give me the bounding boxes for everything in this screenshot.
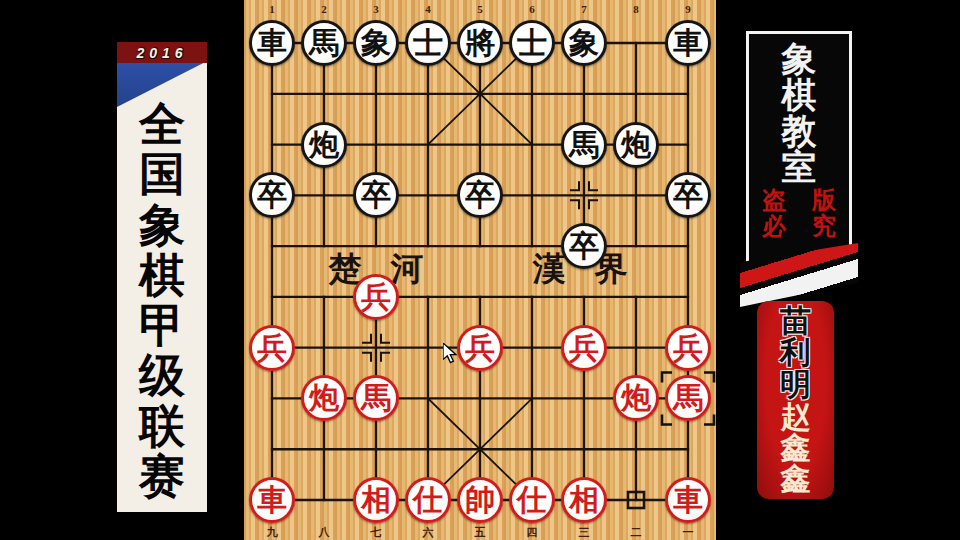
banner-char: 盗 xyxy=(762,188,786,213)
board-pieces: 車馬象士將士象車炮馬炮卒卒卒卒卒兵兵兵兵兵炮馬炮馬車相仕帥仕相車 xyxy=(244,0,716,540)
piece-black-炮[interactable]: 炮 xyxy=(301,122,347,168)
tournament-title: 全国象棋甲级联赛 xyxy=(117,100,207,506)
piece-black-車[interactable]: 車 xyxy=(665,20,711,66)
piece-black-卒[interactable]: 卒 xyxy=(353,172,399,218)
piece-black-馬[interactable]: 馬 xyxy=(301,20,347,66)
banner-char: 必 xyxy=(762,214,786,239)
video-frame: 2016 全国象棋甲级联赛 123456789 楚河漢界 車馬象士將士象車炮馬炮… xyxy=(0,0,960,540)
piece-red-兵[interactable]: 兵 xyxy=(353,274,399,320)
piece-red-相[interactable]: 相 xyxy=(353,477,399,523)
piece-black-卒[interactable]: 卒 xyxy=(561,223,607,269)
piece-black-將[interactable]: 將 xyxy=(457,20,503,66)
banner-char: 赵 xyxy=(781,401,811,432)
banner-char: 鑫 xyxy=(781,432,811,463)
banner-char: 甲 xyxy=(139,303,185,349)
file-label-bottom-1: 九 xyxy=(267,525,278,540)
file-label-bottom-3: 七 xyxy=(371,525,382,540)
piece-black-卒[interactable]: 卒 xyxy=(249,172,295,218)
players-banner: 苗利明赵鑫鑫 xyxy=(757,301,834,499)
piece-red-車[interactable]: 車 xyxy=(665,477,711,523)
file-label-bottom-5: 五 xyxy=(475,525,486,540)
piece-red-炮[interactable]: 炮 xyxy=(301,375,347,421)
banner-char: 明 xyxy=(780,369,811,401)
file-label-bottom-6: 四 xyxy=(527,525,538,540)
banner-char: 国 xyxy=(139,152,185,198)
piece-red-兵[interactable]: 兵 xyxy=(561,325,607,371)
banner-char: 棋 xyxy=(782,78,817,114)
tournament-year-bar: 2016 xyxy=(117,42,207,63)
classroom-banner: 象棋教室 盗版必究 xyxy=(746,31,852,277)
banner-char: 室 xyxy=(782,150,817,186)
piece-red-兵[interactable]: 兵 xyxy=(457,325,503,371)
tournament-year: 2016 xyxy=(136,45,187,61)
mouse-cursor-icon xyxy=(443,343,461,367)
banner-char: 全 xyxy=(139,102,185,148)
classroom-title: 象棋教室 xyxy=(749,42,849,186)
piece-red-兵[interactable]: 兵 xyxy=(249,325,295,371)
piece-red-相[interactable]: 相 xyxy=(561,477,607,523)
tournament-banner: 2016 全国象棋甲级联赛 xyxy=(117,42,207,512)
piece-red-帥[interactable]: 帥 xyxy=(457,477,503,523)
file-label-bottom-9: 一 xyxy=(683,525,694,540)
piece-black-馬[interactable]: 馬 xyxy=(561,122,607,168)
banner-char: 联 xyxy=(139,404,185,450)
piece-red-車[interactable]: 車 xyxy=(249,477,295,523)
file-label-bottom-2: 八 xyxy=(319,525,330,540)
banner-char: 苗 xyxy=(780,305,811,337)
piece-black-象[interactable]: 象 xyxy=(561,20,607,66)
banner-char: 赛 xyxy=(139,454,185,500)
banner-char: 鑫 xyxy=(781,463,811,494)
piece-black-卒[interactable]: 卒 xyxy=(457,172,503,218)
piece-red-馬[interactable]: 馬 xyxy=(665,375,711,421)
banner-char: 利 xyxy=(780,337,811,369)
banner-char: 象 xyxy=(782,42,817,78)
banner-char: 象 xyxy=(139,203,185,249)
file-label-bottom-4: 六 xyxy=(423,525,434,540)
banner-char: 究 xyxy=(812,214,836,239)
piracy-warning: 盗版必究 xyxy=(749,188,849,239)
banner-char: 级 xyxy=(139,353,185,399)
banner-char: 棋 xyxy=(139,253,185,299)
piece-black-象[interactable]: 象 xyxy=(353,20,399,66)
piece-red-仕[interactable]: 仕 xyxy=(405,477,451,523)
file-label-bottom-8: 二 xyxy=(631,525,642,540)
piece-red-兵[interactable]: 兵 xyxy=(665,325,711,371)
piece-red-馬[interactable]: 馬 xyxy=(353,375,399,421)
piece-red-炮[interactable]: 炮 xyxy=(613,375,659,421)
banner-char: 版 xyxy=(812,188,836,213)
piece-black-士[interactable]: 士 xyxy=(509,20,555,66)
piece-black-卒[interactable]: 卒 xyxy=(665,172,711,218)
piece-black-炮[interactable]: 炮 xyxy=(613,122,659,168)
piece-black-車[interactable]: 車 xyxy=(249,20,295,66)
file-label-bottom-7: 三 xyxy=(579,525,590,540)
piece-black-士[interactable]: 士 xyxy=(405,20,451,66)
piece-red-仕[interactable]: 仕 xyxy=(509,477,555,523)
xiangqi-board[interactable]: 123456789 楚河漢界 車馬象士將士象車炮馬炮卒卒卒卒卒兵兵兵兵兵炮馬炮馬… xyxy=(244,0,716,540)
banner-char: 教 xyxy=(782,114,817,150)
